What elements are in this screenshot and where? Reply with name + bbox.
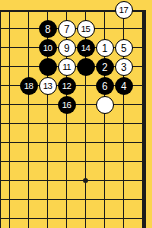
grid-hline [0,161,146,162]
stone-black-8: 8 [39,20,57,38]
stone-white-3: 3 [115,58,133,76]
move-number: 8 [45,24,50,34]
move-number: 6 [102,81,107,91]
stone-black-O16 [39,58,57,76]
move-number: 14 [81,44,90,53]
stone-white-7: 7 [58,20,76,38]
star-point-Q10 [83,178,88,183]
stone-black-6: 6 [96,77,114,95]
stone-black-16: 16 [58,96,76,114]
move-number: 5 [121,43,126,53]
stone-white-17: 17 [115,1,133,19]
grid-hline [0,142,146,143]
stone-white-11: 11 [58,58,76,76]
stone-white-R14 [96,96,114,114]
grid-hline [0,123,146,124]
stone-black-18: 18 [20,77,38,95]
stone-black-12: 12 [58,77,76,95]
move-number: 9 [64,43,69,53]
stone-black-10: 10 [39,39,57,57]
stone-black-Q16 [77,58,95,76]
stone-white-15: 15 [77,20,95,38]
grid-hline [0,199,146,200]
move-number: 17 [119,6,128,15]
stone-black-2: 2 [96,58,114,76]
move-number: 12 [62,82,71,91]
move-number: 4 [121,81,126,91]
move-number: 7 [64,24,69,34]
stone-white-9: 9 [58,39,76,57]
stone-black-14: 14 [77,39,95,57]
board-left-crop-line [0,10,1,228]
grid-hline [0,218,146,219]
grid-vline [9,10,10,228]
move-number: 3 [121,62,126,72]
move-number: 18 [24,82,33,91]
grid-vline [28,10,29,228]
stone-black-4: 4 [115,77,133,95]
board-right-edge [142,10,146,228]
stone-white-13: 13 [39,77,57,95]
move-number: 16 [62,101,71,110]
stone-white-5: 5 [115,39,133,57]
go-board: 178715109141511231813126416 [0,0,152,228]
move-number: 11 [62,63,70,72]
stone-white-1: 1 [96,39,114,57]
grid-hline [0,180,146,181]
move-number: 10 [43,44,52,53]
move-number: 15 [81,25,90,34]
move-number: 1 [102,43,107,53]
move-number: 13 [43,82,52,91]
move-number: 2 [102,62,107,72]
